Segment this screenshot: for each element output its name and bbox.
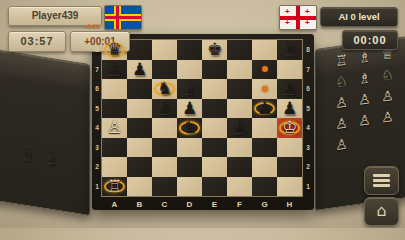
time-bonus-float: +0:01 [84, 23, 100, 29]
square-f7[interactable] [227, 60, 252, 80]
black-piece-d5[interactable]: ♟ [177, 99, 202, 119]
square-g7[interactable] [252, 60, 277, 80]
square-f5[interactable] [227, 99, 252, 119]
square-c8[interactable] [152, 40, 177, 60]
square-b2[interactable] [127, 157, 152, 177]
rank-label-6: 6 [92, 79, 102, 99]
square-d2[interactable] [177, 157, 202, 177]
square-g3[interactable] [252, 138, 277, 158]
captured-white-P: ♙ [330, 133, 353, 157]
file-label-D: D [177, 200, 202, 209]
square-g2[interactable] [252, 157, 277, 177]
square-c6[interactable]: ♞ [152, 79, 177, 99]
square-e3[interactable] [202, 138, 227, 158]
square-e1[interactable] [202, 177, 227, 197]
square-e2[interactable] [202, 157, 227, 177]
captured-black-pieces: ♜♝ [15, 142, 75, 171]
rank-label-5: 5 [303, 99, 313, 119]
square-a7[interactable]: ♟ [102, 60, 127, 80]
rank-label-8: 8 [303, 40, 313, 60]
square-d3[interactable] [177, 138, 202, 158]
chess-board[interactable]: ♛♚♜♟♟♞♝♟♟♟♟♟♙♞♟♔♖ [102, 40, 302, 196]
black-piece-a7[interactable]: ♟ [102, 60, 127, 80]
highlight-ring [254, 102, 275, 116]
square-e7[interactable] [202, 60, 227, 80]
highlight-ring [104, 180, 125, 194]
square-g4[interactable] [252, 118, 277, 138]
square-f6[interactable] [227, 79, 252, 99]
rank-label-2: 2 [92, 157, 102, 177]
square-a3[interactable] [102, 138, 127, 158]
file-labels: ABCDEFGH [102, 200, 302, 209]
captured-white-P: ♙ [376, 105, 399, 129]
square-g8[interactable] [252, 40, 277, 60]
square-c3[interactable] [152, 138, 177, 158]
square-d6[interactable]: ♝ [177, 79, 202, 99]
ai-clock: 00:00 [342, 30, 398, 50]
square-g1[interactable] [252, 177, 277, 197]
square-d7[interactable] [177, 60, 202, 80]
square-b1[interactable] [127, 177, 152, 197]
home-icon: ⌂ [365, 198, 398, 225]
square-b6[interactable] [127, 79, 152, 99]
file-label-E: E [202, 200, 227, 209]
square-f8[interactable] [227, 40, 252, 60]
white-piece-a4[interactable]: ♙ [102, 118, 127, 138]
rank-label-2: 2 [303, 157, 313, 177]
square-d8[interactable] [177, 40, 202, 60]
square-a5[interactable] [102, 99, 127, 119]
square-a6[interactable] [102, 79, 127, 99]
file-label-F: F [227, 200, 252, 209]
file-label-A: A [102, 200, 127, 209]
square-h4[interactable]: ♔ [277, 118, 302, 138]
square-b3[interactable] [127, 138, 152, 158]
square-a2[interactable] [102, 157, 127, 177]
black-piece-f4[interactable]: ♟ [227, 118, 252, 138]
square-h3[interactable] [277, 138, 302, 158]
square-b7[interactable]: ♟ [127, 60, 152, 80]
square-f2[interactable] [227, 157, 252, 177]
square-a4[interactable]: ♙ [102, 118, 127, 138]
black-piece-h5[interactable]: ♟ [277, 99, 302, 119]
menu-button[interactable] [364, 166, 399, 195]
black-piece-d6[interactable]: ♝ [177, 79, 202, 99]
file-label-B: B [127, 200, 152, 209]
square-h8[interactable]: ♜ [277, 40, 302, 60]
square-d5[interactable]: ♟ [177, 99, 202, 119]
black-piece-c5[interactable]: ♟ [152, 99, 177, 119]
square-b4[interactable] [127, 118, 152, 138]
home-button[interactable]: ⌂ [364, 197, 399, 226]
square-d1[interactable] [177, 177, 202, 197]
chess-board-frame: 87654321 87654321 ♛♚♜♟♟♞♝♟♟♟♟♟♙♞♟♔♖ ABCD… [92, 34, 314, 210]
square-e4[interactable] [202, 118, 227, 138]
rank-label-4: 4 [303, 118, 313, 138]
game-scene: ♜♝ ♖♗♕♘♗♘♙♙♙♙♙♙♙ 87654321 87654321 ♛♚♜♟♟… [0, 0, 405, 228]
square-f4[interactable]: ♟ [227, 118, 252, 138]
black-piece-h8[interactable]: ♜ [277, 40, 302, 60]
square-g5[interactable]: ♟ [252, 99, 277, 119]
highlight-ring [104, 43, 125, 57]
rank-label-3: 3 [303, 138, 313, 158]
square-h6[interactable]: ♟ [277, 79, 302, 99]
highlight-ring [279, 121, 300, 135]
rank-label-8: 8 [92, 40, 102, 60]
move-trail-dot [262, 86, 268, 92]
file-label-H: H [277, 200, 302, 209]
rank-label-7: 7 [303, 60, 313, 80]
ai-player-name: AI 0 level [320, 7, 398, 27]
captured-black-b: ♝ [39, 145, 63, 170]
square-c4[interactable] [152, 118, 177, 138]
highlight-ring [154, 82, 175, 96]
square-f1[interactable] [227, 177, 252, 197]
square-c1[interactable] [152, 177, 177, 197]
rank-label-4: 4 [92, 118, 102, 138]
square-e6[interactable] [202, 79, 227, 99]
file-label-G: G [252, 200, 277, 209]
white-clock: 03:57 [8, 31, 66, 52]
square-h5[interactable]: ♟ [277, 99, 302, 119]
rank-label-7: 7 [92, 60, 102, 80]
square-d4[interactable]: ♞ [177, 118, 202, 138]
square-e5[interactable] [202, 99, 227, 119]
captured-white-pieces: ♖♗♕♘♗♘♙♙♙♙♙♙♙ [330, 42, 404, 157]
rank-label-6: 6 [303, 79, 313, 99]
black-piece-e8[interactable]: ♚ [202, 40, 227, 60]
square-b8[interactable] [127, 40, 152, 60]
rank-label-1: 1 [303, 177, 313, 197]
move-trail-dot [262, 66, 268, 72]
captured-white-P: ♙ [353, 109, 376, 133]
georgia-flag: + + + + [279, 5, 317, 30]
rank-label-1: 1 [92, 177, 102, 197]
square-f3[interactable] [227, 138, 252, 158]
square-a1[interactable]: ♖ [102, 177, 127, 197]
highlight-ring [179, 121, 200, 135]
square-c7[interactable] [152, 60, 177, 80]
rank-labels-left: 87654321 [92, 40, 102, 196]
square-c5[interactable]: ♟ [152, 99, 177, 119]
file-label-C: C [152, 200, 177, 209]
black-piece-b7[interactable]: ♟ [127, 60, 152, 80]
rank-label-3: 3 [92, 138, 102, 158]
square-b5[interactable] [127, 99, 152, 119]
square-g6[interactable] [252, 79, 277, 99]
black-piece-h6[interactable]: ♟ [277, 79, 302, 99]
captured-tray-black-pieces: ♜♝ [0, 48, 90, 216]
square-e8[interactable]: ♚ [202, 40, 227, 60]
square-h2[interactable] [277, 157, 302, 177]
rank-label-5: 5 [92, 99, 102, 119]
hamburger-icon [373, 174, 390, 189]
aland-islands-flag [104, 5, 142, 30]
square-c2[interactable] [152, 157, 177, 177]
captured-black-r: ♜ [15, 142, 39, 167]
rank-labels-right: 87654321 [303, 40, 313, 196]
square-h1[interactable] [277, 177, 302, 197]
square-h7[interactable] [277, 60, 302, 80]
